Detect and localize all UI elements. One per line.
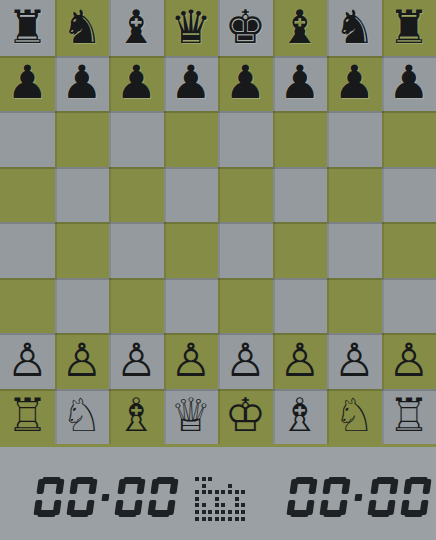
piece-black-king[interactable]: ♚	[225, 0, 266, 54]
square-b8[interactable]: ♞	[55, 0, 110, 56]
piece-white-pawn[interactable]: ♙	[334, 333, 375, 387]
square-a3[interactable]	[0, 278, 55, 334]
piece-black-pawn[interactable]: ♟	[225, 55, 266, 109]
square-h1[interactable]: ♖	[382, 389, 436, 445]
clock-digit	[286, 477, 318, 517]
square-d5[interactable]	[164, 167, 219, 223]
clock-panel	[0, 447, 436, 540]
square-d6[interactable]	[164, 111, 219, 167]
piece-black-pawn[interactable]: ♟	[7, 55, 48, 109]
square-e7[interactable]: ♟	[218, 56, 273, 112]
piece-black-knight[interactable]: ♞	[61, 0, 102, 54]
square-b1[interactable]: ♘	[55, 389, 110, 445]
chess-lcd-screen: ♜♞♝♛♚♝♞♜♟♟♟♟♟♟♟♟♙♙♙♙♙♙♙♙♖♘♗♕♔♗♘♖	[0, 0, 436, 540]
piece-black-pawn[interactable]: ♟	[61, 55, 102, 109]
square-h4[interactable]	[382, 222, 436, 278]
square-c5[interactable]	[109, 167, 164, 223]
clock-digit	[114, 477, 146, 517]
square-f3[interactable]	[273, 278, 328, 334]
clock-digit	[319, 477, 351, 517]
square-f2[interactable]: ♙	[273, 333, 328, 389]
square-a5[interactable]	[0, 167, 55, 223]
square-d3[interactable]	[164, 278, 219, 334]
square-c7[interactable]: ♟	[109, 56, 164, 112]
piece-white-bishop[interactable]: ♗	[279, 388, 320, 442]
square-b4[interactable]	[55, 222, 110, 278]
piece-black-rook[interactable]: ♜	[7, 0, 48, 54]
clock-digit	[367, 477, 399, 517]
piece-white-pawn[interactable]: ♙	[7, 333, 48, 387]
square-b2[interactable]: ♙	[55, 333, 110, 389]
piece-black-bishop[interactable]: ♝	[116, 0, 157, 54]
square-h5[interactable]	[382, 167, 436, 223]
square-d1[interactable]: ♕	[164, 389, 219, 445]
piece-white-king[interactable]: ♔	[225, 388, 266, 442]
square-b6[interactable]	[55, 111, 110, 167]
clock-colon	[352, 477, 366, 517]
square-d8[interactable]: ♛	[164, 0, 219, 56]
clock-digit	[33, 477, 65, 517]
right-clock	[286, 477, 436, 517]
chess-board-frame: ♜♞♝♛♚♝♞♜♟♟♟♟♟♟♟♟♙♙♙♙♙♙♙♙♖♘♗♕♔♗♘♖	[0, 0, 436, 447]
dot-matrix-icon	[195, 477, 245, 521]
piece-black-rook[interactable]: ♜	[388, 0, 429, 54]
square-f4[interactable]	[273, 222, 328, 278]
square-b5[interactable]	[55, 167, 110, 223]
square-e4[interactable]	[218, 222, 273, 278]
square-e6[interactable]	[218, 111, 273, 167]
piece-white-knight[interactable]: ♘	[61, 388, 102, 442]
square-g1[interactable]: ♘	[327, 389, 382, 445]
square-h7[interactable]: ♟	[382, 56, 436, 112]
square-h2[interactable]: ♙	[382, 333, 436, 389]
square-e2[interactable]: ♙	[218, 333, 273, 389]
piece-white-pawn[interactable]: ♙	[61, 333, 102, 387]
piece-white-pawn[interactable]: ♙	[388, 333, 429, 387]
square-a2[interactable]: ♙	[0, 333, 55, 389]
square-c8[interactable]: ♝	[109, 0, 164, 56]
square-d4[interactable]	[164, 222, 219, 278]
square-g3[interactable]	[327, 278, 382, 334]
left-clock	[33, 477, 186, 517]
square-a4[interactable]	[0, 222, 55, 278]
clock-digit	[400, 477, 432, 517]
piece-black-pawn[interactable]: ♟	[388, 55, 429, 109]
piece-white-pawn[interactable]: ♙	[225, 333, 266, 387]
square-g8[interactable]: ♞	[327, 0, 382, 56]
clock-colon	[99, 477, 113, 517]
piece-black-pawn[interactable]: ♟	[279, 55, 320, 109]
square-e1[interactable]: ♔	[218, 389, 273, 445]
piece-black-queen[interactable]: ♛	[170, 0, 211, 54]
square-g6[interactable]	[327, 111, 382, 167]
square-c3[interactable]	[109, 278, 164, 334]
square-h8[interactable]: ♜	[382, 0, 436, 56]
square-f7[interactable]: ♟	[273, 56, 328, 112]
square-a6[interactable]	[0, 111, 55, 167]
square-e8[interactable]: ♚	[218, 0, 273, 56]
chess-board: ♜♞♝♛♚♝♞♜♟♟♟♟♟♟♟♟♙♙♙♙♙♙♙♙♖♘♗♕♔♗♘♖	[0, 0, 436, 444]
piece-white-rook[interactable]: ♖	[388, 388, 429, 442]
piece-white-queen[interactable]: ♕	[170, 388, 211, 442]
square-g2[interactable]: ♙	[327, 333, 382, 389]
piece-black-pawn[interactable]: ♟	[116, 55, 157, 109]
square-b7[interactable]: ♟	[55, 56, 110, 112]
piece-black-knight[interactable]: ♞	[334, 0, 375, 54]
square-a7[interactable]: ♟	[0, 56, 55, 112]
piece-white-pawn[interactable]: ♙	[279, 333, 320, 387]
piece-white-knight[interactable]: ♘	[334, 388, 375, 442]
square-c2[interactable]: ♙	[109, 333, 164, 389]
piece-black-bishop[interactable]: ♝	[279, 0, 320, 54]
square-d7[interactable]: ♟	[164, 56, 219, 112]
piece-black-pawn[interactable]: ♟	[170, 55, 211, 109]
square-b3[interactable]	[55, 278, 110, 334]
square-f8[interactable]: ♝	[273, 0, 328, 56]
square-g7[interactable]: ♟	[327, 56, 382, 112]
square-e3[interactable]	[218, 278, 273, 334]
square-h6[interactable]	[382, 111, 436, 167]
square-f5[interactable]	[273, 167, 328, 223]
piece-white-pawn[interactable]: ♙	[116, 333, 157, 387]
square-c6[interactable]	[109, 111, 164, 167]
piece-black-pawn[interactable]: ♟	[334, 55, 375, 109]
piece-white-pawn[interactable]: ♙	[170, 333, 211, 387]
square-c1[interactable]: ♗	[109, 389, 164, 445]
square-g4[interactable]	[327, 222, 382, 278]
square-d2[interactable]: ♙	[164, 333, 219, 389]
clock-digit	[147, 477, 179, 517]
square-f1[interactable]: ♗	[273, 389, 328, 445]
square-e5[interactable]	[218, 167, 273, 223]
square-c4[interactable]	[109, 222, 164, 278]
square-h3[interactable]	[382, 278, 436, 334]
square-a8[interactable]: ♜	[0, 0, 55, 56]
square-a1[interactable]: ♖	[0, 389, 55, 445]
square-f6[interactable]	[273, 111, 328, 167]
clock-digit	[66, 477, 98, 517]
piece-white-rook[interactable]: ♖	[7, 388, 48, 442]
square-g5[interactable]	[327, 167, 382, 223]
piece-white-bishop[interactable]: ♗	[116, 388, 157, 442]
